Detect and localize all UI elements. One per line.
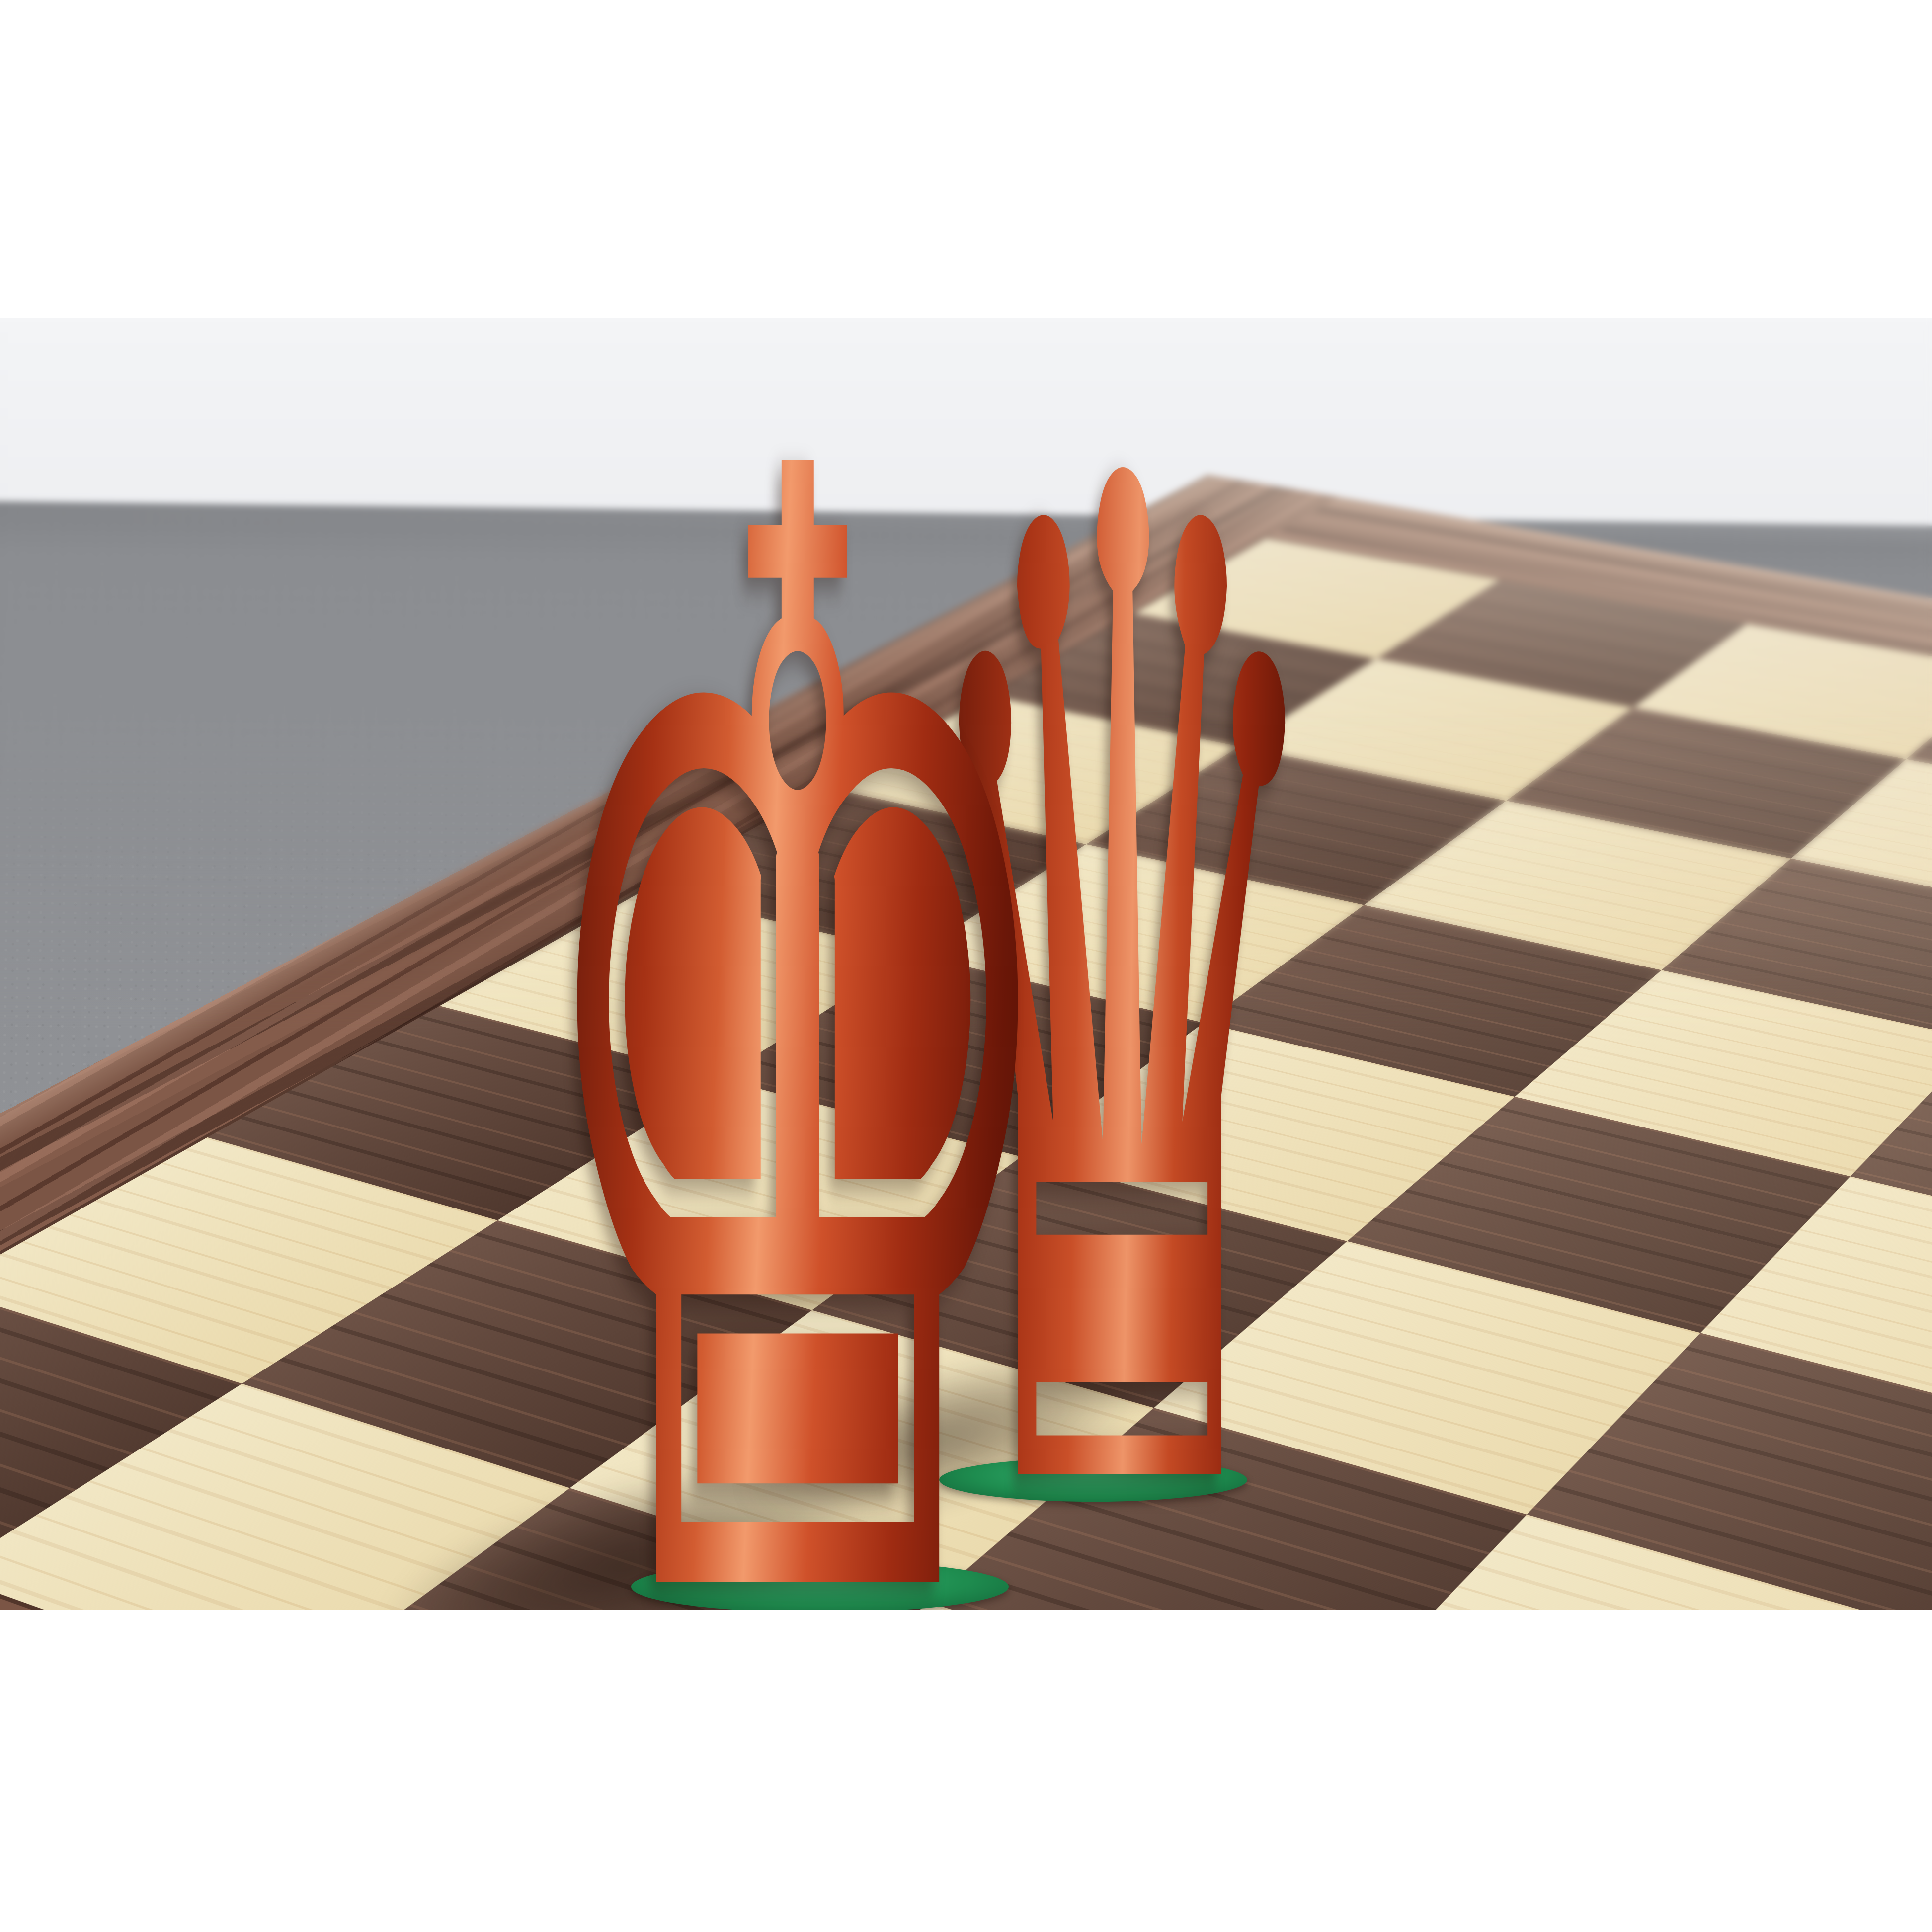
red-king-piece: ♚	[798, 318, 1932, 1588]
king-glyph: ♚	[515, 318, 1080, 1610]
product-photo-stage: ♛ ♚	[0, 0, 1932, 1932]
letterbox-top	[0, 0, 1932, 318]
photo-area: ♛ ♚	[0, 318, 1932, 1610]
letterbox-bottom	[0, 1610, 1932, 1932]
